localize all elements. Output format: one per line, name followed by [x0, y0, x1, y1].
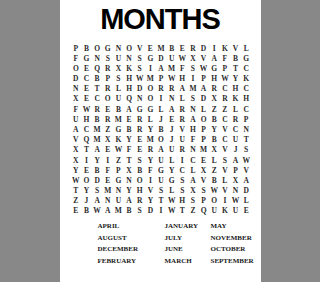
grid-cell[interactable]: M: [92, 124, 103, 134]
grid-cell[interactable]: E: [81, 63, 92, 73]
grid-cell[interactable]: X: [188, 185, 199, 195]
grid-cell[interactable]: T: [124, 155, 135, 165]
grid-cell[interactable]: A: [166, 104, 177, 114]
grid-cell[interactable]: B: [166, 43, 177, 53]
grid-cell[interactable]: Y: [81, 185, 92, 195]
grid-cell[interactable]: R: [177, 104, 188, 114]
grid-cell[interactable]: T: [241, 135, 252, 145]
grid-cell[interactable]: W: [166, 74, 177, 84]
grid-cell[interactable]: H: [134, 185, 145, 195]
grid-cell[interactable]: V: [177, 124, 188, 134]
grid-cell[interactable]: N: [188, 104, 199, 114]
grid-cell[interactable]: D: [145, 206, 156, 216]
grid-cell[interactable]: W: [166, 196, 177, 206]
grid-cell[interactable]: C: [241, 63, 252, 73]
grid-cell[interactable]: V: [230, 43, 241, 53]
grid-cell[interactable]: C: [241, 84, 252, 94]
word-list-item: APRIL: [98, 221, 165, 233]
grid-cell[interactable]: S: [188, 94, 199, 104]
grid-cell[interactable]: E: [102, 175, 113, 185]
word-list-item: AUGUST: [98, 233, 165, 245]
grid-cell[interactable]: L: [113, 84, 124, 94]
grid-cell[interactable]: V: [241, 165, 252, 175]
grid-cell[interactable]: A: [177, 84, 188, 94]
grid-cell[interactable]: C: [81, 124, 92, 134]
grid-cell[interactable]: M: [113, 114, 124, 124]
grid-cell[interactable]: D: [71, 74, 82, 84]
grid-cell[interactable]: H: [124, 74, 135, 84]
grid-cell[interactable]: G: [156, 165, 167, 175]
grid-cell[interactable]: Y: [145, 155, 156, 165]
grid-cell[interactable]: O: [145, 94, 156, 104]
grid-cell[interactable]: G: [166, 175, 177, 185]
grid-cell[interactable]: V: [220, 185, 231, 195]
grid-cell[interactable]: S: [134, 206, 145, 216]
grid-cell[interactable]: P: [71, 43, 82, 53]
grid-cell[interactable]: F: [177, 63, 188, 73]
grid-cell[interactable]: V: [220, 145, 231, 155]
grid-cell[interactable]: R: [156, 84, 167, 94]
grid-cell[interactable]: H: [241, 94, 252, 104]
word-list-item: JULY: [165, 233, 211, 245]
grid-cell[interactable]: A: [198, 84, 209, 94]
grid-cell[interactable]: W: [81, 104, 92, 114]
grid-cell[interactable]: X: [102, 135, 113, 145]
grid-cell[interactable]: E: [71, 206, 82, 216]
grid-cell[interactable]: I: [81, 155, 92, 165]
grid-cell[interactable]: B: [230, 53, 241, 63]
grid-cell[interactable]: D: [241, 185, 252, 195]
grid-cell[interactable]: E: [177, 43, 188, 53]
grid-cell[interactable]: H: [81, 114, 92, 124]
grid-cell[interactable]: A: [188, 114, 199, 124]
grid-cell[interactable]: B: [124, 206, 135, 216]
grid-cell[interactable]: S: [134, 155, 145, 165]
grid-cell[interactable]: W: [71, 175, 82, 185]
grid-cell[interactable]: L: [145, 114, 156, 124]
grid-cell[interactable]: Y: [230, 74, 241, 84]
grid-cell[interactable]: F: [71, 104, 82, 114]
grid-cell[interactable]: E: [241, 206, 252, 216]
grid-cell[interactable]: S: [113, 74, 124, 84]
grid-cell[interactable]: X: [188, 53, 199, 63]
grid-cell[interactable]: Y: [209, 124, 220, 134]
grid-cell[interactable]: Q: [81, 135, 92, 145]
grid-cell[interactable]: N: [188, 145, 199, 155]
grid-cell[interactable]: L: [156, 104, 167, 114]
grid-cell[interactable]: X: [71, 155, 82, 165]
grid-cell[interactable]: F: [188, 135, 199, 145]
grid-cell[interactable]: W: [198, 63, 209, 73]
grid-cell[interactable]: O: [145, 84, 156, 94]
grid-cell[interactable]: V: [134, 43, 145, 53]
grid-cell[interactable]: X: [198, 165, 209, 175]
grid-cell[interactable]: F: [102, 165, 113, 175]
grid-cell[interactable]: R: [188, 43, 199, 53]
grid-cell[interactable]: S: [92, 185, 103, 195]
grid-cell[interactable]: C: [81, 74, 92, 84]
grid-cell[interactable]: P: [102, 74, 113, 84]
grid-cell[interactable]: S: [156, 185, 167, 195]
grid-cell[interactable]: S: [134, 63, 145, 73]
grid-cell[interactable]: A: [241, 175, 252, 185]
grid-cell[interactable]: U: [156, 175, 167, 185]
grid-cell[interactable]: I: [220, 196, 231, 206]
grid-cell[interactable]: A: [156, 63, 167, 73]
grid-cell[interactable]: P: [198, 196, 209, 206]
grid-cell[interactable]: R: [166, 84, 177, 94]
grid-cell[interactable]: R: [134, 114, 145, 124]
grid-cell[interactable]: D: [92, 175, 103, 185]
grid-cell[interactable]: G: [113, 124, 124, 134]
grid-cell[interactable]: E: [134, 145, 145, 155]
grid-cell[interactable]: T: [230, 63, 241, 73]
grid-cell[interactable]: I: [156, 94, 167, 104]
grid-cell[interactable]: R: [92, 104, 103, 114]
grid-cell[interactable]: B: [92, 74, 103, 84]
grid-cell[interactable]: Q: [124, 94, 135, 104]
grid-cell[interactable]: D: [198, 43, 209, 53]
grid-cell[interactable]: R: [230, 114, 241, 124]
grid-cell[interactable]: L: [209, 155, 220, 165]
grid-cell[interactable]: N: [124, 53, 135, 63]
grid-cell[interactable]: K: [230, 94, 241, 104]
grid-cell[interactable]: R: [209, 84, 220, 94]
grid-cell[interactable]: U: [177, 135, 188, 145]
grid-cell[interactable]: I: [177, 155, 188, 165]
grid-cell[interactable]: C: [220, 114, 231, 124]
grid-cell[interactable]: E: [134, 135, 145, 145]
grid-cell[interactable]: E: [198, 155, 209, 165]
grid-cell[interactable]: L: [198, 104, 209, 114]
grid-cell[interactable]: E: [145, 43, 156, 53]
grid-cell[interactable]: O: [71, 63, 82, 73]
grid-cell[interactable]: Y: [124, 135, 135, 145]
grid-cell[interactable]: D: [134, 84, 145, 94]
grid-cell[interactable]: S: [177, 175, 188, 185]
grid-cell[interactable]: P: [198, 124, 209, 134]
grid-cell[interactable]: D: [198, 94, 209, 104]
grid-cell[interactable]: N: [102, 196, 113, 206]
grid-cell[interactable]: A: [124, 104, 135, 114]
grid-cell[interactable]: H: [177, 74, 188, 84]
grid-cell[interactable]: Y: [92, 155, 103, 165]
grid-cell[interactable]: H: [124, 84, 135, 94]
grid-cell[interactable]: M: [102, 185, 113, 195]
grid-cell[interactable]: X: [209, 94, 220, 104]
grid-cell[interactable]: M: [188, 84, 199, 94]
grid-cell[interactable]: H: [177, 196, 188, 206]
grid-cell[interactable]: N: [241, 124, 252, 134]
grid-cell[interactable]: A: [230, 155, 241, 165]
grid-cell[interactable]: W: [166, 206, 177, 216]
word-list-item: JUNE: [165, 244, 211, 256]
grid-cell[interactable]: U: [156, 155, 167, 165]
grid-cell[interactable]: U: [230, 206, 241, 216]
grid-cell[interactable]: U: [230, 135, 241, 145]
grid-cell[interactable]: S: [134, 53, 145, 63]
grid-cell[interactable]: W: [113, 145, 124, 155]
grid-cell[interactable]: H: [230, 84, 241, 94]
grid-cell[interactable]: V: [220, 124, 231, 134]
grid-cell[interactable]: H: [188, 124, 199, 134]
grid-cell[interactable]: E: [81, 165, 92, 175]
grid-cell[interactable]: I: [145, 175, 156, 185]
grid-cell[interactable]: A: [92, 196, 103, 206]
grid-cell[interactable]: W: [241, 155, 252, 165]
grid-cell[interactable]: B: [124, 124, 135, 134]
grid-cell[interactable]: U: [113, 53, 124, 63]
grid-cell[interactable]: U: [166, 53, 177, 63]
grid-cell[interactable]: X: [71, 145, 82, 155]
grid-cell[interactable]: X: [124, 165, 135, 175]
grid-cell[interactable]: A: [124, 196, 135, 206]
grid-cell[interactable]: C: [241, 104, 252, 114]
grid-cell[interactable]: J: [166, 124, 177, 134]
grid-cell[interactable]: F: [124, 145, 135, 155]
grid-cell[interactable]: N: [166, 94, 177, 104]
word-list-item: DECEMBER: [98, 244, 165, 256]
grid-cell[interactable]: P: [230, 165, 241, 175]
grid-cell[interactable]: G: [113, 175, 124, 185]
grid-cell[interactable]: O: [102, 94, 113, 104]
grid-cell[interactable]: Q: [198, 206, 209, 216]
grid-cell[interactable]: U: [113, 94, 124, 104]
grid-cell[interactable]: A: [209, 53, 220, 63]
word-list-item: NOVEMBER: [211, 233, 254, 245]
grid-cell[interactable]: E: [81, 94, 92, 104]
grid-cell[interactable]: Y: [124, 185, 135, 195]
grid-cell[interactable]: S: [220, 155, 231, 165]
grid-cell[interactable]: A: [71, 124, 82, 134]
grid-cell[interactable]: F: [220, 53, 231, 63]
grid-cell[interactable]: U: [166, 145, 177, 155]
grid-cell[interactable]: N: [92, 53, 103, 63]
grid-cell[interactable]: H: [209, 74, 220, 84]
grid-cell[interactable]: G: [145, 53, 156, 63]
grid-cell[interactable]: X: [209, 145, 220, 155]
grid-cell[interactable]: K: [220, 206, 231, 216]
grid-cell[interactable]: V: [198, 53, 209, 63]
grid-cell[interactable]: Z: [188, 206, 199, 216]
grid-cell[interactable]: A: [92, 145, 103, 155]
grid-cell[interactable]: B: [81, 43, 92, 53]
grid-cell[interactable]: O: [124, 43, 135, 53]
grid-cell[interactable]: I: [209, 43, 220, 53]
grid-cell[interactable]: R: [220, 94, 231, 104]
grid-cell[interactable]: F: [71, 53, 82, 63]
grid-cell[interactable]: P: [220, 63, 231, 73]
grid-cell[interactable]: A: [102, 206, 113, 216]
grid-cell[interactable]: P: [156, 74, 167, 84]
word-list-item: JANUARY: [165, 221, 211, 233]
grid-cell[interactable]: M: [113, 206, 124, 216]
grid-cell[interactable]: C: [220, 135, 231, 145]
grid-cell[interactable]: A: [188, 175, 199, 185]
grid-cell[interactable]: L: [241, 196, 252, 206]
grid-cell[interactable]: B: [81, 206, 92, 216]
grid-cell[interactable]: N: [134, 94, 145, 104]
grid-cell[interactable]: B: [92, 165, 103, 175]
grid-cell[interactable]: V: [71, 135, 82, 145]
grid-cell[interactable]: R: [102, 84, 113, 94]
grid-cell[interactable]: M: [198, 145, 209, 155]
grid-cell[interactable]: F: [145, 165, 156, 175]
grid-cell[interactable]: C: [220, 84, 231, 94]
grid-cell[interactable]: L: [166, 155, 177, 165]
grid-cell[interactable]: C: [188, 155, 199, 165]
grid-cell[interactable]: O: [134, 175, 145, 185]
grid-cell[interactable]: Y: [166, 165, 177, 175]
grid-cell[interactable]: X: [71, 94, 82, 104]
grid-cell[interactable]: K: [220, 43, 231, 53]
grid-cell[interactable]: E: [102, 104, 113, 114]
grid-cell[interactable]: O: [198, 114, 209, 124]
grid-cell[interactable]: M: [145, 74, 156, 84]
grid-cell[interactable]: G: [241, 53, 252, 63]
grid-cell[interactable]: C: [177, 165, 188, 175]
grid-cell[interactable]: Y: [145, 196, 156, 206]
grid-cell[interactable]: R: [145, 145, 156, 155]
grid-cell[interactable]: G: [145, 104, 156, 114]
grid-cell[interactable]: E: [124, 114, 135, 124]
grid-cell[interactable]: L: [230, 104, 241, 114]
grid-cell[interactable]: W: [134, 74, 145, 84]
grid-cell[interactable]: S: [188, 196, 199, 206]
grid-cell[interactable]: R: [102, 114, 113, 124]
grid-cell[interactable]: Z: [102, 124, 113, 134]
grid-cell[interactable]: J: [230, 145, 241, 155]
grid-cell[interactable]: A: [156, 145, 167, 155]
grid-cell[interactable]: N: [113, 43, 124, 53]
grid-cell[interactable]: K: [124, 63, 135, 73]
grid-cell[interactable]: Z: [113, 155, 124, 165]
grid-cell[interactable]: E: [81, 84, 92, 94]
grid-cell[interactable]: Q: [92, 63, 103, 73]
grid-cell[interactable]: W: [177, 53, 188, 63]
grid-cell[interactable]: Z: [220, 104, 231, 114]
grid-cell[interactable]: R: [102, 63, 113, 73]
grid-cell[interactable]: P: [113, 165, 124, 175]
grid-cell[interactable]: I: [156, 206, 167, 216]
grid-cell[interactable]: Z: [209, 165, 220, 175]
grid-cell[interactable]: B: [156, 124, 167, 134]
grid-cell[interactable]: O: [81, 175, 92, 185]
grid-cell[interactable]: P: [241, 114, 252, 124]
grid-cell[interactable]: M: [92, 135, 103, 145]
grid-cell[interactable]: R: [177, 145, 188, 155]
grid-cell[interactable]: P: [198, 135, 209, 145]
grid-cell[interactable]: G: [81, 53, 92, 63]
grid-cell[interactable]: I: [145, 63, 156, 73]
grid-cell[interactable]: V: [198, 175, 209, 185]
grid-cell[interactable]: I: [188, 74, 199, 84]
word-search-page: MONTHS PBOGNOVEMBERDIKVLFGNSUNSGDUWXVAFB…: [60, 0, 261, 282]
grid-cell[interactable]: M: [145, 135, 156, 145]
grid-cell[interactable]: O: [156, 135, 167, 145]
grid-cell[interactable]: L: [166, 185, 177, 195]
word-list-item: FEBRUARY: [98, 256, 165, 268]
grid-cell[interactable]: T: [71, 185, 82, 195]
grid-cell[interactable]: J: [166, 135, 177, 145]
grid-cell[interactable]: N: [124, 175, 135, 185]
grid-cell[interactable]: V: [220, 165, 231, 175]
grid-cell[interactable]: Y: [71, 165, 82, 175]
grid-cell[interactable]: W: [92, 206, 103, 216]
grid-cell[interactable]: B: [209, 114, 220, 124]
grid-cell[interactable]: B: [92, 114, 103, 124]
grid-cell[interactable]: J: [156, 114, 167, 124]
grid-cell[interactable]: K: [113, 135, 124, 145]
grid-cell[interactable]: M: [156, 43, 167, 53]
grid-cell[interactable]: C: [92, 94, 103, 104]
grid-cell[interactable]: T: [81, 145, 92, 155]
grid-cell[interactable]: T: [177, 206, 188, 216]
grid-cell[interactable]: S: [177, 185, 188, 195]
grid-cell[interactable]: L: [177, 94, 188, 104]
grid-cell[interactable]: R: [134, 124, 145, 134]
grid-cell[interactable]: V: [145, 185, 156, 195]
grid-cell[interactable]: O: [92, 43, 103, 53]
grid-cell[interactable]: R: [134, 196, 145, 206]
grid-cell[interactable]: N: [71, 84, 82, 94]
grid-cell[interactable]: S: [241, 145, 252, 155]
grid-cell[interactable]: X: [113, 63, 124, 73]
grid-cell[interactable]: G: [209, 63, 220, 73]
grid-cell[interactable]: B: [113, 104, 124, 114]
grid-cell[interactable]: U: [113, 196, 124, 206]
grid-cell[interactable]: E: [102, 145, 113, 155]
grid-cell[interactable]: U: [209, 206, 220, 216]
grid-cell[interactable]: Y: [145, 124, 156, 134]
grid-cell[interactable]: C: [230, 124, 241, 134]
grid-cell[interactable]: Z: [71, 196, 82, 206]
grid-cell[interactable]: W: [220, 74, 231, 84]
grid-cell[interactable]: U: [71, 114, 82, 124]
grid-cell[interactable]: N: [230, 185, 241, 195]
grid-cell[interactable]: B: [134, 165, 145, 175]
grid-cell[interactable]: N: [113, 185, 124, 195]
grid-cell[interactable]: T: [92, 84, 103, 94]
grid-cell[interactable]: P: [198, 74, 209, 84]
word-list-column: JANUARYJULYJUNEMARCH: [165, 221, 211, 267]
grid-cell[interactable]: D: [156, 53, 167, 63]
grid-cell[interactable]: O: [209, 196, 220, 206]
grid-cell[interactable]: G: [134, 104, 145, 114]
grid-cell[interactable]: I: [102, 155, 113, 165]
grid-cell[interactable]: Z: [209, 104, 220, 114]
grid-cell[interactable]: W: [230, 196, 241, 206]
grid-cell[interactable]: J: [81, 196, 92, 206]
grid-cell[interactable]: T: [156, 196, 167, 206]
grid-cell[interactable]: W: [209, 185, 220, 195]
grid-cell[interactable]: E: [166, 114, 177, 124]
grid-cell[interactable]: X: [230, 175, 241, 185]
grid-cell[interactable]: B: [209, 135, 220, 145]
grid-cell[interactable]: L: [241, 43, 252, 53]
grid-cell[interactable]: R: [177, 114, 188, 124]
grid-cell[interactable]: K: [241, 74, 252, 84]
grid-cell[interactable]: S: [102, 53, 113, 63]
grid-cell[interactable]: G: [102, 43, 113, 53]
grid-cell[interactable]: S: [188, 63, 199, 73]
grid-cell[interactable]: L: [220, 175, 231, 185]
grid-cell[interactable]: M: [166, 63, 177, 73]
grid-cell[interactable]: S: [198, 185, 209, 195]
grid-cell[interactable]: B: [209, 175, 220, 185]
grid-cell[interactable]: L: [188, 165, 199, 175]
word-list-column: MAYNOVEMBEROCTOBERSEPTEMBER: [211, 221, 254, 267]
